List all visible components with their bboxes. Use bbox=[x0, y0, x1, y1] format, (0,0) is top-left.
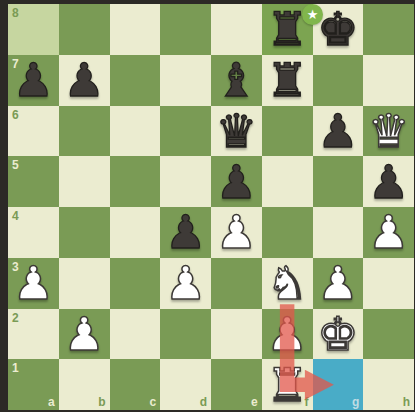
square-h6[interactable]: ♛ bbox=[363, 106, 414, 157]
square-c2[interactable] bbox=[110, 309, 161, 360]
rank-label-5: 5 bbox=[12, 158, 19, 172]
piece-white-rook[interactable]: ♜ bbox=[262, 359, 313, 410]
square-g1[interactable]: g bbox=[313, 359, 364, 410]
file-label-e: e bbox=[251, 395, 258, 409]
square-h5[interactable]: ♟ bbox=[363, 156, 414, 207]
piece-white-pawn[interactable]: ♟ bbox=[59, 309, 110, 360]
square-c7[interactable] bbox=[110, 55, 161, 106]
square-a7[interactable]: 7♟ bbox=[8, 55, 59, 106]
square-e3[interactable] bbox=[211, 258, 262, 309]
square-g4[interactable] bbox=[313, 207, 364, 258]
square-f2[interactable]: ♟ bbox=[262, 309, 313, 360]
file-label-g: g bbox=[352, 395, 359, 409]
file-label-h: h bbox=[403, 395, 410, 409]
square-d5[interactable] bbox=[160, 156, 211, 207]
square-a5[interactable]: 5 bbox=[8, 156, 59, 207]
square-a8[interactable]: 8 bbox=[8, 4, 59, 55]
piece-black-pawn[interactable]: ♟ bbox=[363, 156, 414, 207]
piece-black-pawn[interactable]: ♟ bbox=[211, 156, 262, 207]
rank-label-4: 4 bbox=[12, 209, 19, 223]
square-d3[interactable]: ♟ bbox=[160, 258, 211, 309]
square-h3[interactable] bbox=[363, 258, 414, 309]
square-g8[interactable]: ♚ bbox=[313, 4, 364, 55]
square-f8[interactable]: ♜ bbox=[262, 4, 313, 55]
piece-black-rook[interactable]: ♜ bbox=[262, 4, 313, 55]
square-c6[interactable] bbox=[110, 106, 161, 157]
square-d7[interactable] bbox=[160, 55, 211, 106]
square-e6[interactable]: ♛ bbox=[211, 106, 262, 157]
square-c5[interactable] bbox=[110, 156, 161, 207]
piece-white-pawn[interactable]: ♟ bbox=[363, 207, 414, 258]
square-g3[interactable]: ♟ bbox=[313, 258, 364, 309]
square-c8[interactable] bbox=[110, 4, 161, 55]
file-label-b: b bbox=[98, 395, 105, 409]
square-f6[interactable] bbox=[262, 106, 313, 157]
piece-black-king[interactable]: ♚ bbox=[313, 4, 364, 55]
square-d8[interactable] bbox=[160, 4, 211, 55]
piece-white-pawn[interactable]: ♟ bbox=[8, 258, 59, 309]
square-h4[interactable]: ♟ bbox=[363, 207, 414, 258]
file-label-a: a bbox=[48, 395, 55, 409]
piece-white-king[interactable]: ♚ bbox=[313, 309, 364, 360]
square-f7[interactable]: ♜ bbox=[262, 55, 313, 106]
square-d1[interactable]: d bbox=[160, 359, 211, 410]
square-a3[interactable]: 3♟ bbox=[8, 258, 59, 309]
square-h2[interactable] bbox=[363, 309, 414, 360]
square-c4[interactable] bbox=[110, 207, 161, 258]
rank-label-1: 1 bbox=[12, 361, 19, 375]
piece-black-pawn[interactable]: ♟ bbox=[160, 207, 211, 258]
square-f4[interactable] bbox=[262, 207, 313, 258]
square-e2[interactable] bbox=[211, 309, 262, 360]
piece-white-pawn[interactable]: ♟ bbox=[211, 207, 262, 258]
square-b5[interactable] bbox=[59, 156, 110, 207]
square-b1[interactable]: b bbox=[59, 359, 110, 410]
square-e1[interactable]: e bbox=[211, 359, 262, 410]
square-e5[interactable]: ♟ bbox=[211, 156, 262, 207]
square-b6[interactable] bbox=[59, 106, 110, 157]
rank-label-8: 8 bbox=[12, 6, 19, 20]
piece-black-bishop[interactable]: ♝ bbox=[211, 55, 262, 106]
square-g2[interactable]: ♚ bbox=[313, 309, 364, 360]
square-a6[interactable]: 6 bbox=[8, 106, 59, 157]
square-h8[interactable] bbox=[363, 4, 414, 55]
square-c1[interactable]: c bbox=[110, 359, 161, 410]
square-e7[interactable]: ♝ bbox=[211, 55, 262, 106]
chess-app-window: { "game": "chess", "app": "chess.com-sty… bbox=[0, 0, 415, 412]
square-f5[interactable] bbox=[262, 156, 313, 207]
square-d2[interactable] bbox=[160, 309, 211, 360]
piece-black-queen[interactable]: ♛ bbox=[211, 106, 262, 157]
square-c3[interactable] bbox=[110, 258, 161, 309]
square-f1[interactable]: f♜ bbox=[262, 359, 313, 410]
square-e8[interactable] bbox=[211, 4, 262, 55]
piece-white-pawn[interactable]: ♟ bbox=[313, 258, 364, 309]
square-b4[interactable] bbox=[59, 207, 110, 258]
square-g7[interactable] bbox=[313, 55, 364, 106]
square-a2[interactable]: 2 bbox=[8, 309, 59, 360]
square-a1[interactable]: 1a bbox=[8, 359, 59, 410]
square-b7[interactable]: ♟ bbox=[59, 55, 110, 106]
square-a4[interactable]: 4 bbox=[8, 207, 59, 258]
piece-black-pawn[interactable]: ♟ bbox=[8, 55, 59, 106]
chess-board[interactable]: 8♜♚7♟♟♝♜6♛♟♛5♟♟4♟♟♟3♟♟♞♟2♟♟♚1abcdef♜gh★ bbox=[8, 4, 414, 410]
square-d6[interactable] bbox=[160, 106, 211, 157]
rank-label-6: 6 bbox=[12, 108, 19, 122]
square-d4[interactable]: ♟ bbox=[160, 207, 211, 258]
square-f3[interactable]: ♞ bbox=[262, 258, 313, 309]
square-g6[interactable]: ♟ bbox=[313, 106, 364, 157]
piece-black-pawn[interactable]: ♟ bbox=[59, 55, 110, 106]
square-h1[interactable]: h bbox=[363, 359, 414, 410]
square-b8[interactable] bbox=[59, 4, 110, 55]
square-e4[interactable]: ♟ bbox=[211, 207, 262, 258]
square-b3[interactable] bbox=[59, 258, 110, 309]
file-label-c: c bbox=[150, 395, 157, 409]
rank-label-2: 2 bbox=[12, 311, 19, 325]
square-g5[interactable] bbox=[313, 156, 364, 207]
file-label-d: d bbox=[200, 395, 207, 409]
piece-white-knight[interactable]: ♞ bbox=[262, 258, 313, 309]
piece-white-pawn[interactable]: ♟ bbox=[262, 309, 313, 360]
square-h7[interactable] bbox=[363, 55, 414, 106]
square-b2[interactable]: ♟ bbox=[59, 309, 110, 360]
piece-white-queen[interactable]: ♛ bbox=[363, 106, 414, 157]
piece-black-pawn[interactable]: ♟ bbox=[313, 106, 364, 157]
piece-white-pawn[interactable]: ♟ bbox=[160, 258, 211, 309]
piece-black-rook[interactable]: ♜ bbox=[262, 55, 313, 106]
